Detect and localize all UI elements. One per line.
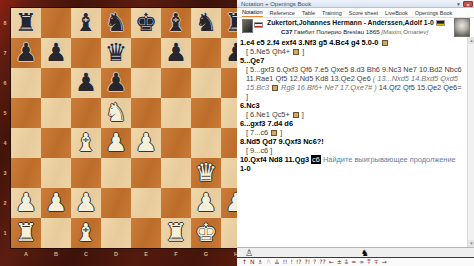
variation-text[interactable]: Rg8 16.Bf6+ Ne7 17.Qxe7# ) — [279, 83, 379, 92]
scroll-up-icon[interactable]: ▲ — [468, 37, 474, 44]
game-result: 1-0 — [424, 19, 434, 26]
training-marker-icon — [293, 112, 299, 118]
notation-line: 6.Nc3 — [240, 101, 464, 110]
square-g4[interactable] — [191, 128, 221, 158]
square-d8[interactable]: ♞ — [101, 8, 131, 38]
annotation-symbol-button[interactable]: ♘ — [266, 258, 271, 266]
annotation-comment: Найдите выигрывающее продолжение — [321, 155, 456, 164]
square-c1[interactable]: ♝ — [71, 218, 101, 248]
black-king: ♚ — [131, 8, 161, 38]
square-d1[interactable] — [101, 218, 131, 248]
panel-title: Notation + Openings Book — [241, 1, 311, 7]
white-pawn: ♟ — [101, 128, 131, 158]
square-d3[interactable] — [101, 158, 131, 188]
square-g3[interactable]: ♛ — [191, 158, 221, 188]
square-g8[interactable]: ♞ — [191, 8, 221, 38]
black-pawn: ♟ — [11, 38, 41, 68]
annotation-symbol-button[interactable]: → — [382, 258, 387, 266]
annotation-symbol-button[interactable]: ?? — [319, 258, 325, 266]
square-a5[interactable] — [11, 98, 41, 128]
game-header[interactable]: Zukertort,Johannes Hermann - Anderssen,A… — [267, 19, 450, 26]
annotator-text: [Maxim,Omariev] — [381, 28, 428, 35]
annotation-symbol-button[interactable]: ?! — [305, 258, 311, 266]
panel-titlebar[interactable]: Notation + Openings Book ▼ ✕ — [237, 0, 474, 8]
notation-line: [ 9...c6 ] — [240, 146, 464, 155]
main-move-text[interactable]: 10.Qxf4 Nd8 11.Qg3 — [240, 155, 311, 164]
zukertort-flag-icon — [254, 22, 263, 28]
black-pawn: ♟ — [161, 38, 191, 68]
annotation-symbol-button[interactable]: N — [250, 258, 255, 266]
material-balance-bar: ♙ ♞ — [237, 247, 474, 258]
square-d6[interactable]: ♟ — [101, 68, 131, 98]
white-queen: ♛ — [191, 158, 221, 188]
square-f3[interactable] — [161, 158, 191, 188]
black-pawn: ♟ — [221, 38, 237, 68]
square-g1[interactable]: ♚ — [191, 218, 221, 248]
square-h8[interactable]: ♜ — [221, 8, 237, 38]
file-label-c: C — [71, 249, 101, 259]
rank-label-6: 6 — [0, 68, 10, 98]
notation-line: [ 7...c6 ] — [240, 128, 464, 137]
annotation-symbol-button[interactable]: ? — [313, 258, 316, 266]
notation-scrollbar[interactable]: ▲ ▼ — [467, 37, 474, 247]
square-b1[interactable] — [41, 218, 71, 248]
black-knight: ♞ — [101, 8, 131, 38]
zukertort-photo — [242, 19, 253, 33]
square-f2[interactable] — [161, 188, 191, 218]
notation-line: [ 5.Ne5 Qh4+ ] — [240, 47, 464, 56]
annotation-symbol-bar: ↑N♗♘♙!!!!??!???←±⩲=∞⩱∓→ — [237, 258, 474, 266]
annotation-symbol-button[interactable]: !! — [283, 258, 288, 266]
square-d2[interactable] — [101, 188, 131, 218]
square-c8[interactable]: ♝ — [71, 8, 101, 38]
square-h1[interactable] — [221, 218, 237, 248]
square-h7[interactable]: ♟ — [221, 38, 237, 68]
black-rook: ♜ — [11, 8, 41, 38]
white-pawn: ♟ — [41, 188, 71, 218]
notation-line: 5...Qe7 — [240, 56, 464, 65]
variation-text[interactable]: [ 9...c6 ] — [246, 146, 272, 155]
square-e4[interactable]: ♟ — [131, 128, 161, 158]
square-f7[interactable]: ♟ — [161, 38, 191, 68]
white-pawn: ♟ — [11, 188, 41, 218]
tab-notation[interactable]: Notation — [242, 8, 263, 17]
white-rook: ♜ — [161, 218, 191, 248]
rank-label-1: 1 — [0, 218, 10, 248]
square-f1[interactable]: ♜ — [161, 218, 191, 248]
training-marker-icon — [382, 40, 388, 46]
file-label-h: H — [221, 249, 237, 259]
tab-livebook[interactable]: LiveBook — [385, 9, 408, 17]
square-h5[interactable] — [221, 98, 237, 128]
square-e5[interactable] — [131, 98, 161, 128]
square-c5[interactable] — [71, 98, 101, 128]
square-a7[interactable]: ♟ — [11, 38, 41, 68]
file-label-f: F — [161, 249, 191, 259]
square-b2[interactable]: ♟ — [41, 188, 71, 218]
rank-label-3: 3 — [0, 158, 10, 188]
annotation-symbol-button[interactable]: ♗ — [258, 258, 263, 266]
eco-code: C37 — [281, 28, 292, 35]
square-a1[interactable]: ♜ — [11, 218, 41, 248]
tab-table[interactable]: Table — [302, 9, 315, 17]
square-a8[interactable]: ♜ — [11, 8, 41, 38]
white-pawn: ♟ — [221, 188, 237, 218]
material-black-knight-icon: ♞ — [361, 248, 369, 258]
annotation-symbol-button[interactable]: = — [351, 258, 356, 266]
square-f6[interactable] — [161, 68, 191, 98]
training-marker-icon — [271, 130, 277, 136]
notation-line: 8.Nd5 Qd7 9.Qxf3 Nc6?! — [240, 137, 464, 146]
annotation-symbol-button[interactable]: ! — [291, 258, 293, 266]
square-a3[interactable] — [11, 158, 41, 188]
chessbase-window: ♜♝♞♚♝♞♜♟♟♛♟♟♟♟♞♝♟♟♛♟♟♟♟♟♜♝♜♚ 87654321 AB… — [0, 0, 474, 266]
rank-label-8: 8 — [0, 8, 10, 38]
square-c3[interactable] — [71, 158, 101, 188]
square-f4[interactable] — [161, 128, 191, 158]
square-c2[interactable]: ♟ — [71, 188, 101, 218]
tab-training[interactable]: Training — [322, 9, 342, 17]
square-b4[interactable] — [41, 128, 71, 158]
square-b7[interactable]: ♟ — [41, 38, 71, 68]
variation-text[interactable]: ] — [300, 47, 304, 56]
square-a2[interactable]: ♟ — [11, 188, 41, 218]
black-rook: ♜ — [221, 8, 237, 38]
germany-flag-icon — [436, 20, 445, 26]
annotation-symbol-button[interactable]: ← — [329, 258, 334, 266]
white-pawn: ♟ — [71, 188, 101, 218]
tab-reference[interactable]: Reference — [270, 9, 295, 17]
scroll-down-icon[interactable]: ▼ — [468, 240, 474, 247]
square-f5[interactable] — [161, 98, 191, 128]
file-label-d: D — [101, 249, 131, 259]
tab-score-sheet[interactable]: Score sheet — [349, 9, 378, 17]
main-move-text[interactable]: 1-0 — [240, 164, 251, 173]
square-d4[interactable]: ♟ — [101, 128, 131, 158]
square-d5[interactable]: ♞ — [101, 98, 131, 128]
square-e1[interactable] — [131, 218, 161, 248]
white-rook: ♜ — [11, 218, 41, 248]
main-move-text[interactable]: 8.Nd5 Qd7 9.Qxf3 Nc6?! — [240, 137, 324, 146]
tab-openings-book[interactable]: Openings Book — [415, 9, 453, 17]
training-marker-icon — [293, 49, 299, 55]
panel-tabs: NotationReferenceTableTrainingScore shee… — [237, 8, 474, 18]
notation-panel: Notation + Openings Book ▼ ✕ NotationRef… — [237, 0, 474, 266]
square-b5[interactable] — [41, 98, 71, 128]
black-queen: ♛ — [101, 38, 131, 68]
variation-text[interactable]: ] — [300, 110, 304, 119]
dropdown-icon[interactable]: ▼ — [456, 1, 461, 7]
notation-moves: 1.e4 e5 2.f4 exf4 3.Nf3 g5 4.Bc4 g4 5.0-… — [240, 38, 464, 173]
file-label-b: B — [41, 249, 71, 259]
rank-label-5: 5 — [0, 98, 10, 128]
current-move[interactable]: c6 — [311, 155, 321, 164]
white-knight: ♞ — [101, 98, 131, 128]
square-g6[interactable] — [191, 68, 221, 98]
main-move-text[interactable]: 1.e4 e5 2.f4 exf4 3.Nf3 g5 4.Bc4 g4 5.0-… — [240, 38, 381, 47]
square-e8[interactable]: ♚ — [131, 8, 161, 38]
file-label-a: A — [11, 249, 41, 259]
white-pawn: ♟ — [191, 188, 221, 218]
main-move-text[interactable]: 5...Qe7 — [240, 56, 264, 65]
training-marker-icon — [272, 85, 278, 91]
square-g2[interactable]: ♟ — [191, 188, 221, 218]
annotation-symbol-button[interactable]: !? — [296, 258, 302, 266]
square-d7[interactable]: ♛ — [101, 38, 131, 68]
game-info-line: C37 Гамбит Полерио Breslau 1865 [Maxim,O… — [281, 28, 450, 35]
players-names: Zukertort,Johannes Hermann - Anderssen,A… — [267, 19, 422, 26]
square-a6[interactable] — [11, 68, 41, 98]
square-e2[interactable] — [131, 188, 161, 218]
chess-board-pane: ♜♝♞♚♝♞♜♟♟♛♟♟♟♟♞♝♟♟♛♟♟♟♟♟♜♝♜♚ 87654321 AB… — [0, 0, 237, 266]
variation-text[interactable]: [ 5.Ne5 Qh4+ — [246, 47, 292, 56]
square-h2[interactable]: ♟ — [221, 188, 237, 218]
variation-text[interactable]: ] — [278, 128, 282, 137]
black-pawn: ♟ — [41, 38, 71, 68]
notation-line: [ 5...gxf3 6.Qxf3 Qf6 7.e5 Qxe5 8.d3 Bh6… — [240, 65, 464, 101]
annotation-symbol-button[interactable]: ↑ — [242, 258, 247, 266]
square-c7[interactable] — [71, 38, 101, 68]
square-e3[interactable] — [131, 158, 161, 188]
white-pawn: ♟ — [131, 128, 161, 158]
variation-text[interactable]: [ 7...c6 — [246, 128, 270, 137]
black-bishop: ♝ — [71, 8, 101, 38]
square-h3[interactable] — [221, 158, 237, 188]
annotation-symbol-button[interactable]: ♙ — [274, 258, 279, 266]
variation-text[interactable]: [ 6.Ne1 Qc5+ — [246, 110, 292, 119]
square-h4[interactable] — [221, 128, 237, 158]
square-c4[interactable]: ♝ — [71, 128, 101, 158]
material-white-pawn-icon: ♙ — [245, 248, 253, 258]
notation-line: 1-0 — [240, 164, 464, 173]
square-h6[interactable] — [221, 68, 237, 98]
square-c6[interactable]: ♟ — [71, 68, 101, 98]
square-g5[interactable] — [191, 98, 221, 128]
white-bishop: ♝ — [71, 128, 101, 158]
square-b3[interactable] — [41, 158, 71, 188]
annotation-symbol-button[interactable]: ⩲ — [345, 258, 349, 266]
square-e6[interactable] — [131, 68, 161, 98]
annotation-symbol-button[interactable]: ± — [337, 258, 342, 266]
black-knight: ♞ — [191, 8, 221, 38]
square-a4[interactable] — [11, 128, 41, 158]
main-move-text[interactable]: 6...gxf3 7.d4 d6 — [240, 119, 293, 128]
event-text: Гамбит Полерио Breslau 1865 — [294, 28, 380, 35]
annotation-symbol-button[interactable]: ∞ — [359, 258, 364, 266]
black-pawn: ♟ — [71, 68, 101, 98]
notation-line: 10.Qxf4 Nd8 11.Qg3 c6 Найдите выигрывающ… — [240, 155, 464, 164]
main-move-text[interactable]: 6.Nc3 — [240, 101, 260, 110]
notation-line: [ 6.Ne1 Qc5+ ] — [240, 110, 464, 119]
rank-label-7: 7 — [0, 38, 10, 68]
rank-label-2: 2 — [0, 188, 10, 218]
square-b6[interactable] — [41, 68, 71, 98]
file-label-g: G — [191, 249, 221, 259]
annotation-symbol-button[interactable]: ⩱ — [367, 258, 371, 266]
square-f8[interactable]: ♝ — [161, 8, 191, 38]
white-bishop: ♝ — [71, 218, 101, 248]
square-b8[interactable] — [41, 8, 71, 38]
notation-line: 6...gxf3 7.d4 d6 — [240, 119, 464, 128]
chess-board: ♜♝♞♚♝♞♜♟♟♛♟♟♟♟♞♝♟♟♛♟♟♟♟♟♜♝♜♚ — [11, 8, 237, 248]
black-pawn: ♟ — [101, 68, 131, 98]
square-e7[interactable] — [131, 38, 161, 68]
rank-label-4: 4 — [0, 128, 10, 158]
close-icon[interactable]: ✕ — [463, 1, 473, 7]
black-bishop: ♝ — [161, 8, 191, 38]
annotation-symbol-button[interactable]: ∓ — [374, 258, 379, 266]
file-label-e: E — [131, 249, 161, 259]
notation-line: 1.e4 e5 2.f4 exf4 3.Nf3 g5 4.Bc4 g4 5.0-… — [240, 38, 464, 47]
square-g7[interactable] — [191, 38, 221, 68]
white-king: ♚ — [191, 218, 221, 248]
anderssen-photo — [454, 18, 470, 37]
